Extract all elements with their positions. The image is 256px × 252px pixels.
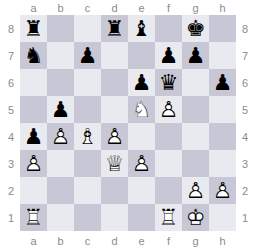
square-c3[interactable] — [74, 150, 101, 177]
white-pawn[interactable]: ♟♙ — [24, 150, 44, 177]
file-label-top-e: e — [128, 1, 155, 15]
white-rook[interactable]: ♜♖ — [159, 204, 179, 231]
black-rook[interactable]: ♜ — [105, 15, 125, 42]
square-e7[interactable] — [128, 42, 155, 69]
square-a4[interactable]: ♟ — [20, 123, 47, 150]
square-f3[interactable] — [155, 150, 182, 177]
white-bishop[interactable]: ♝♗ — [78, 123, 98, 150]
square-a1[interactable]: ♜♖ — [20, 204, 47, 231]
square-b6[interactable] — [47, 69, 74, 96]
square-d8[interactable]: ♜ — [101, 15, 128, 42]
white-pawn[interactable]: ♟♙ — [132, 150, 152, 177]
black-rook[interactable]: ♜ — [24, 15, 44, 42]
square-h3[interactable] — [209, 150, 236, 177]
black-knight[interactable]: ♞ — [24, 42, 44, 69]
square-c2[interactable] — [74, 177, 101, 204]
white-queen[interactable]: ♛♕ — [105, 150, 125, 177]
chess-diagram: ♜♜♝♚♞♟♟♟♟♛♟♟♞♘♟♙♟♟♙♝♗♟♙♟♙♛♕♟♙♟♙♟♙♜♖♜♖♚♔ … — [2, 1, 254, 251]
file-label-top-f: f — [155, 1, 182, 15]
square-f1[interactable]: ♜♖ — [155, 204, 182, 231]
white-pawn[interactable]: ♟♙ — [105, 123, 125, 150]
file-label-top-g: g — [182, 1, 209, 15]
file-label-top-b: b — [47, 1, 74, 15]
file-label-bottom-b: b — [47, 231, 74, 251]
square-f2[interactable] — [155, 177, 182, 204]
square-c6[interactable] — [74, 69, 101, 96]
rank-label-left-5: 5 — [2, 96, 20, 123]
file-label-bottom-c: c — [74, 231, 101, 251]
square-e8[interactable]: ♝ — [128, 15, 155, 42]
square-f4[interactable] — [155, 123, 182, 150]
white-king[interactable]: ♚♔ — [186, 204, 206, 231]
black-bishop[interactable]: ♝ — [132, 15, 152, 42]
square-d5[interactable] — [101, 96, 128, 123]
rank-label-left-1: 1 — [2, 204, 20, 231]
square-c1[interactable] — [74, 204, 101, 231]
file-label-bottom-h: h — [209, 231, 236, 251]
file-label-top-a: a — [20, 1, 47, 15]
square-d3[interactable]: ♛♕ — [101, 150, 128, 177]
white-pawn[interactable]: ♟♙ — [186, 177, 206, 204]
white-pawn[interactable]: ♟♙ — [213, 177, 233, 204]
square-f5[interactable]: ♟♙ — [155, 96, 182, 123]
square-c8[interactable] — [74, 15, 101, 42]
square-g3[interactable] — [182, 150, 209, 177]
file-label-bottom-a: a — [20, 231, 47, 251]
square-b1[interactable] — [47, 204, 74, 231]
square-a2[interactable] — [20, 177, 47, 204]
square-d6[interactable] — [101, 69, 128, 96]
square-c5[interactable] — [74, 96, 101, 123]
square-f8[interactable] — [155, 15, 182, 42]
rank-label-right-5: 5 — [236, 96, 254, 123]
square-g2[interactable]: ♟♙ — [182, 177, 209, 204]
square-c4[interactable]: ♝♗ — [74, 123, 101, 150]
square-g4[interactable] — [182, 123, 209, 150]
square-g8[interactable]: ♚ — [182, 15, 209, 42]
file-label-bottom-f: f — [155, 231, 182, 251]
square-g6[interactable] — [182, 69, 209, 96]
black-pawn[interactable]: ♟ — [213, 69, 233, 96]
file-label-top-d: d — [101, 1, 128, 15]
square-e1[interactable] — [128, 204, 155, 231]
file-label-top-h: h — [209, 1, 236, 15]
square-h4[interactable] — [209, 123, 236, 150]
black-pawn[interactable]: ♟ — [78, 42, 98, 69]
black-king[interactable]: ♚ — [186, 15, 206, 42]
square-g5[interactable] — [182, 96, 209, 123]
rank-label-right-6: 6 — [236, 69, 254, 96]
square-h7[interactable] — [209, 42, 236, 69]
rank-label-left-7: 7 — [2, 42, 20, 69]
rank-label-right-7: 7 — [236, 42, 254, 69]
black-pawn[interactable]: ♟ — [51, 96, 71, 123]
black-pawn[interactable]: ♟ — [159, 42, 179, 69]
rank-label-right-4: 4 — [236, 123, 254, 150]
square-b2[interactable] — [47, 177, 74, 204]
square-b8[interactable] — [47, 15, 74, 42]
square-g1[interactable]: ♚♔ — [182, 204, 209, 231]
black-pawn[interactable]: ♟ — [132, 69, 152, 96]
file-label-top-c: c — [74, 1, 101, 15]
square-b4[interactable]: ♟♙ — [47, 123, 74, 150]
square-b5[interactable]: ♟ — [47, 96, 74, 123]
square-h8[interactable] — [209, 15, 236, 42]
black-pawn[interactable]: ♟ — [186, 42, 206, 69]
square-d4[interactable]: ♟♙ — [101, 123, 128, 150]
square-h5[interactable] — [209, 96, 236, 123]
black-pawn[interactable]: ♟ — [24, 123, 44, 150]
square-a8[interactable]: ♜ — [20, 15, 47, 42]
square-h6[interactable]: ♟ — [209, 69, 236, 96]
rank-label-right-1: 1 — [236, 204, 254, 231]
square-b3[interactable] — [47, 150, 74, 177]
rank-label-left-4: 4 — [2, 123, 20, 150]
square-e3[interactable]: ♟♙ — [128, 150, 155, 177]
square-g7[interactable]: ♟ — [182, 42, 209, 69]
white-pawn[interactable]: ♟♙ — [51, 123, 71, 150]
black-queen[interactable]: ♛ — [159, 69, 179, 96]
square-e2[interactable] — [128, 177, 155, 204]
white-pawn[interactable]: ♟♙ — [159, 96, 179, 123]
file-label-bottom-g: g — [182, 231, 209, 251]
square-d2[interactable] — [101, 177, 128, 204]
rank-label-left-6: 6 — [2, 69, 20, 96]
square-b7[interactable] — [47, 42, 74, 69]
square-h2[interactable]: ♟♙ — [209, 177, 236, 204]
square-e5[interactable]: ♞♘ — [128, 96, 155, 123]
square-a7[interactable]: ♞ — [20, 42, 47, 69]
square-e4[interactable] — [128, 123, 155, 150]
file-label-bottom-d: d — [101, 231, 128, 251]
square-a6[interactable] — [20, 69, 47, 96]
square-a5[interactable] — [20, 96, 47, 123]
square-f6[interactable]: ♛ — [155, 69, 182, 96]
rank-label-left-3: 3 — [2, 150, 20, 177]
square-c7[interactable]: ♟ — [74, 42, 101, 69]
rank-label-right-3: 3 — [236, 150, 254, 177]
rank-label-left-8: 8 — [2, 15, 20, 42]
square-h1[interactable] — [209, 204, 236, 231]
square-d1[interactable] — [101, 204, 128, 231]
rank-label-left-2: 2 — [2, 177, 20, 204]
rank-label-right-8: 8 — [236, 15, 254, 42]
square-e6[interactable]: ♟ — [128, 69, 155, 96]
board: ♜♜♝♚♞♟♟♟♟♛♟♟♞♘♟♙♟♟♙♝♗♟♙♟♙♛♕♟♙♟♙♟♙♜♖♜♖♚♔ — [20, 15, 236, 231]
white-knight[interactable]: ♞♘ — [132, 96, 152, 123]
rank-label-right-2: 2 — [236, 177, 254, 204]
file-label-bottom-e: e — [128, 231, 155, 251]
square-f7[interactable]: ♟ — [155, 42, 182, 69]
square-d7[interactable] — [101, 42, 128, 69]
square-a3[interactable]: ♟♙ — [20, 150, 47, 177]
white-rook[interactable]: ♜♖ — [24, 204, 44, 231]
